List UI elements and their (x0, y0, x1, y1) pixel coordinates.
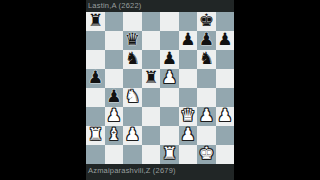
square-f7: ♟ (179, 31, 198, 50)
square-a4 (86, 88, 105, 107)
square-g1: ♚ (197, 145, 216, 164)
square-a5: ♟ (86, 69, 105, 88)
piece-white-king: ♚ (199, 145, 214, 162)
square-f2: ♟ (179, 126, 198, 145)
piece-white-pawn: ♟ (125, 126, 140, 143)
piece-black-king: ♚ (199, 12, 214, 29)
piece-black-pawn: ♟ (199, 31, 214, 48)
square-e3 (160, 107, 179, 126)
chess-board: ♜♚♛♟♟♟♞♟♞♟♜♟♟♞♟♛♟♟♜♝♟♟♜♚ (86, 12, 234, 164)
piece-white-pawn: ♟ (217, 107, 232, 124)
piece-black-knight: ♞ (125, 50, 140, 67)
square-e5: ♟ (160, 69, 179, 88)
square-g5 (197, 69, 216, 88)
piece-black-rook: ♜ (88, 12, 103, 29)
piece-white-bishop: ♝ (106, 126, 121, 143)
square-a1 (86, 145, 105, 164)
piece-black-knight: ♞ (199, 50, 214, 67)
square-b1 (105, 145, 124, 164)
piece-black-pawn: ♟ (217, 31, 232, 48)
piece-black-rook: ♜ (143, 69, 158, 86)
piece-black-pawn: ♟ (88, 69, 103, 86)
square-h1 (216, 145, 235, 164)
square-b6 (105, 50, 124, 69)
square-g6: ♞ (197, 50, 216, 69)
square-h5 (216, 69, 235, 88)
square-h3: ♟ (216, 107, 235, 126)
square-e4 (160, 88, 179, 107)
square-f1 (179, 145, 198, 164)
piece-white-pawn: ♟ (106, 107, 121, 124)
square-g3: ♟ (197, 107, 216, 126)
square-a8: ♜ (86, 12, 105, 31)
square-h6 (216, 50, 235, 69)
square-d5: ♜ (142, 69, 161, 88)
square-e8 (160, 12, 179, 31)
piece-black-pawn: ♟ (180, 31, 195, 48)
square-d2 (142, 126, 161, 145)
piece-white-queen: ♛ (180, 107, 195, 124)
square-b8 (105, 12, 124, 31)
square-c6: ♞ (123, 50, 142, 69)
video-frame-panel: Lastin,A (2622) ♜♚♛♟♟♟♞♟♞♟♜♟♟♞♟♛♟♟♜♝♟♟♜♚… (86, 0, 234, 180)
square-h2 (216, 126, 235, 145)
square-d8 (142, 12, 161, 31)
square-c4: ♞ (123, 88, 142, 107)
piece-white-pawn: ♟ (199, 107, 214, 124)
square-b7 (105, 31, 124, 50)
square-c1 (123, 145, 142, 164)
piece-white-rook: ♜ (88, 126, 103, 143)
piece-black-pawn: ♟ (162, 50, 177, 67)
square-f6 (179, 50, 198, 69)
square-d3 (142, 107, 161, 126)
square-e1: ♜ (160, 145, 179, 164)
square-d1 (142, 145, 161, 164)
white-player-label: Azmaiparashvili,Z (2679) (86, 164, 234, 180)
piece-white-rook: ♜ (162, 145, 177, 162)
square-f5 (179, 69, 198, 88)
piece-black-pawn: ♟ (106, 88, 121, 105)
piece-white-pawn: ♟ (162, 69, 177, 86)
square-d7 (142, 31, 161, 50)
piece-white-pawn: ♟ (180, 126, 195, 143)
square-d4 (142, 88, 161, 107)
square-c2: ♟ (123, 126, 142, 145)
piece-white-knight: ♞ (125, 88, 140, 105)
square-h7: ♟ (216, 31, 235, 50)
square-a2: ♜ (86, 126, 105, 145)
piece-black-queen: ♛ (125, 31, 140, 48)
square-a7 (86, 31, 105, 50)
square-b2: ♝ (105, 126, 124, 145)
